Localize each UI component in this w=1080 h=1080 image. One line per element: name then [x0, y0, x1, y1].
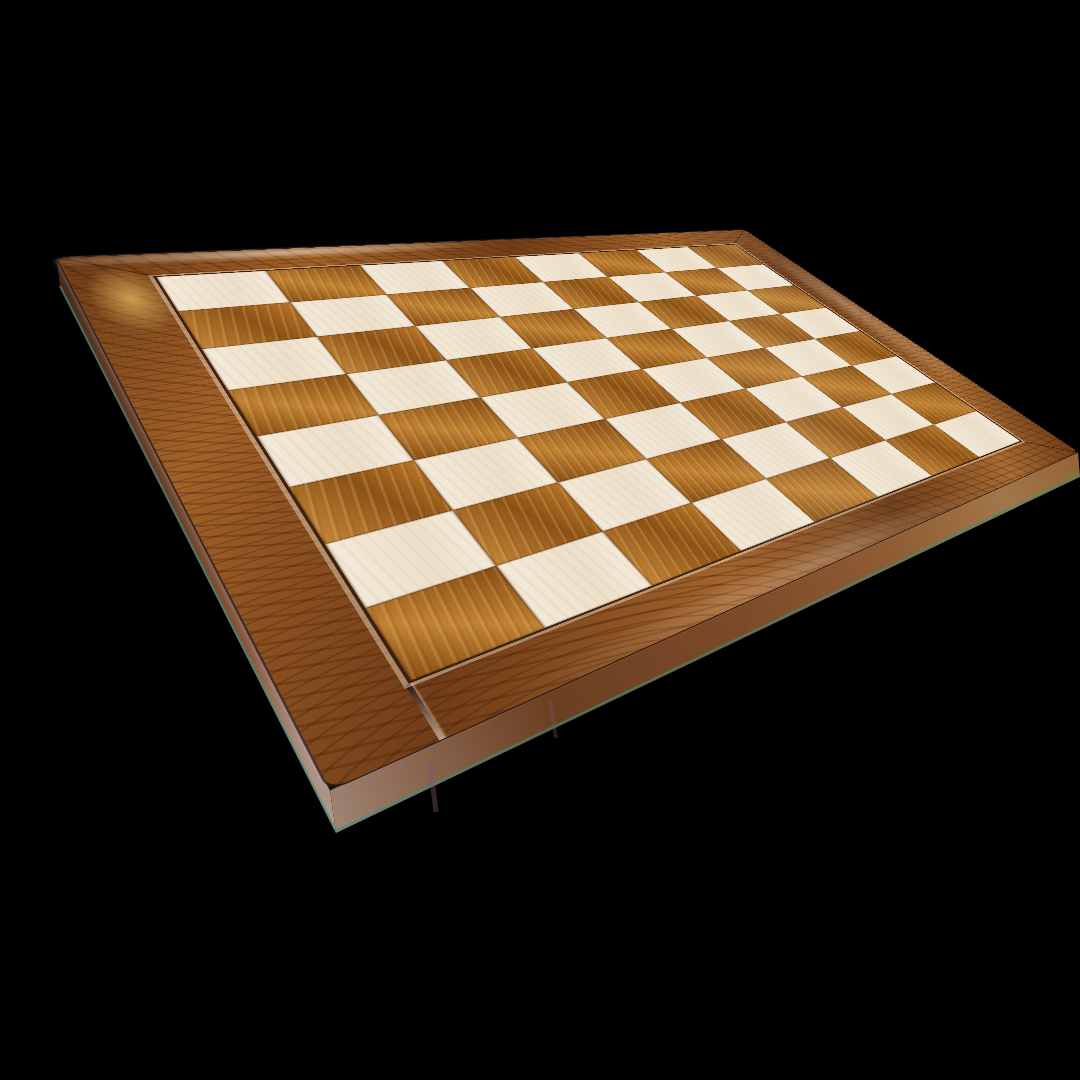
- frame-miter-joint-far-right: [733, 230, 745, 244]
- photo-stage: [0, 0, 1080, 1080]
- frame-butt-joint-seam: [405, 683, 445, 740]
